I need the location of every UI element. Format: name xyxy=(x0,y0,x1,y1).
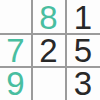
cell-r3c2[interactable] xyxy=(31,66,66,100)
cell-r1c1[interactable] xyxy=(0,0,31,34)
grid-line-vertical-2 xyxy=(65,0,67,100)
cell-r2c2[interactable]: 2 xyxy=(31,34,66,66)
cell-r1c2[interactable]: 8 xyxy=(31,0,66,34)
sudoku-board: 8 1 7 2 5 9 3 xyxy=(0,0,100,100)
grid-line-horizontal-1 xyxy=(0,33,100,35)
grid-line-horizontal-2 xyxy=(0,66,100,68)
sudoku-cell-grid: 8 1 7 2 5 9 3 xyxy=(0,0,100,100)
cell-r1c3[interactable]: 1 xyxy=(66,0,100,34)
cell-r2c1[interactable]: 7 xyxy=(0,34,31,66)
cell-r3c1[interactable]: 9 xyxy=(0,66,31,100)
grid-line-vertical-1 xyxy=(31,0,33,100)
cell-r2c3[interactable]: 5 xyxy=(66,34,100,66)
cell-r3c3[interactable]: 3 xyxy=(66,66,100,100)
